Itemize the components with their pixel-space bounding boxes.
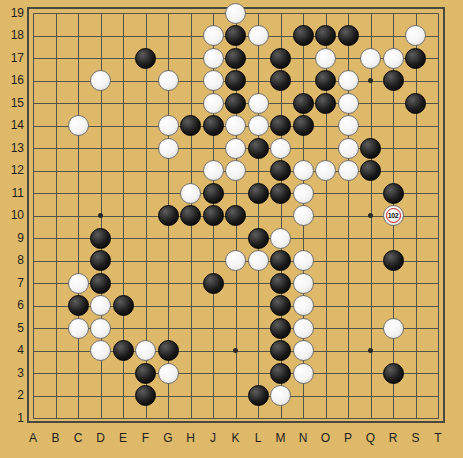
white-stone-N8[interactable] <box>293 250 314 271</box>
black-stone-R16[interactable] <box>383 70 404 91</box>
black-stone-S15[interactable] <box>405 93 426 114</box>
column-label-M: M <box>270 431 292 445</box>
white-stone-F4[interactable] <box>135 340 156 361</box>
white-stone-R5[interactable] <box>383 318 404 339</box>
row-label-14: 14 <box>0 118 24 133</box>
black-stone-F17[interactable] <box>135 48 156 69</box>
black-stone-M17[interactable] <box>270 48 291 69</box>
white-stone-K19[interactable] <box>225 3 246 24</box>
white-stone-N10[interactable] <box>293 205 314 226</box>
white-stone-J17[interactable] <box>203 48 224 69</box>
black-stone-R8[interactable] <box>383 250 404 271</box>
row-label-10: 10 <box>0 208 24 223</box>
row-label-13: 13 <box>0 141 24 156</box>
row-label-8: 8 <box>0 253 24 268</box>
row-label-2: 2 <box>0 388 24 403</box>
star-point <box>368 213 373 218</box>
column-label-T: T <box>427 431 449 445</box>
white-stone-P14[interactable] <box>338 115 359 136</box>
white-stone-J18[interactable] <box>203 25 224 46</box>
white-stone-N3[interactable] <box>293 363 314 384</box>
black-stone-G10[interactable] <box>158 205 179 226</box>
black-stone-H10[interactable] <box>180 205 201 226</box>
white-stone-P13[interactable] <box>338 138 359 159</box>
row-label-6: 6 <box>0 298 24 313</box>
star-point <box>98 213 103 218</box>
white-stone-P15[interactable] <box>338 93 359 114</box>
column-label-L: L <box>247 431 269 445</box>
white-stone-C7[interactable] <box>68 273 89 294</box>
black-stone-M14[interactable] <box>270 115 291 136</box>
black-stone-J7[interactable] <box>203 273 224 294</box>
black-stone-M4[interactable] <box>270 340 291 361</box>
black-stone-J11[interactable] <box>203 183 224 204</box>
white-stone-N7[interactable] <box>293 273 314 294</box>
black-stone-S17[interactable] <box>405 48 426 69</box>
white-stone-M2[interactable] <box>270 385 291 406</box>
column-label-J: J <box>202 431 224 445</box>
black-stone-M11[interactable] <box>270 183 291 204</box>
column-label-R: R <box>382 431 404 445</box>
column-label-E: E <box>112 431 134 445</box>
black-stone-H14[interactable] <box>180 115 201 136</box>
row-label-3: 3 <box>0 366 24 381</box>
white-stone-L15[interactable] <box>248 93 269 114</box>
white-stone-N4[interactable] <box>293 340 314 361</box>
black-stone-K16[interactable] <box>225 70 246 91</box>
black-stone-O18[interactable] <box>315 25 336 46</box>
column-label-N: N <box>292 431 314 445</box>
white-stone-P12[interactable] <box>338 160 359 181</box>
black-stone-C6[interactable] <box>68 295 89 316</box>
black-stone-R11[interactable] <box>383 183 404 204</box>
black-stone-L2[interactable] <box>248 385 269 406</box>
black-stone-D8[interactable] <box>90 250 111 271</box>
black-stone-E4[interactable] <box>113 340 134 361</box>
row-label-16: 16 <box>0 73 24 88</box>
black-stone-O15[interactable] <box>315 93 336 114</box>
last-move-number: 102 <box>388 212 398 219</box>
white-stone-C14[interactable] <box>68 115 89 136</box>
white-stone-P16[interactable] <box>338 70 359 91</box>
white-stone-O17[interactable] <box>315 48 336 69</box>
black-stone-M6[interactable] <box>270 295 291 316</box>
black-stone-E6[interactable] <box>113 295 134 316</box>
black-stone-K15[interactable] <box>225 93 246 114</box>
star-point <box>368 348 373 353</box>
row-label-18: 18 <box>0 28 24 43</box>
white-stone-S18[interactable] <box>405 25 426 46</box>
white-stone-C5[interactable] <box>68 318 89 339</box>
black-stone-G4[interactable] <box>158 340 179 361</box>
row-label-5: 5 <box>0 321 24 336</box>
row-label-15: 15 <box>0 96 24 111</box>
white-stone-L18[interactable] <box>248 25 269 46</box>
black-stone-M7[interactable] <box>270 273 291 294</box>
white-stone-D16[interactable] <box>90 70 111 91</box>
white-stone-J15[interactable] <box>203 93 224 114</box>
white-stone-D4[interactable] <box>90 340 111 361</box>
black-stone-K17[interactable] <box>225 48 246 69</box>
black-stone-D9[interactable] <box>90 228 111 249</box>
go-app-window: 102 ABCDEFGHJKLMNOPQRST19181716151413121… <box>0 0 463 458</box>
column-label-Q: Q <box>360 431 382 445</box>
white-stone-M9[interactable] <box>270 228 291 249</box>
white-stone-K13[interactable] <box>225 138 246 159</box>
star-point <box>233 348 238 353</box>
white-stone-K14[interactable] <box>225 115 246 136</box>
black-stone-F3[interactable] <box>135 363 156 384</box>
white-stone-N5[interactable] <box>293 318 314 339</box>
last-move-marker: 102 <box>386 208 401 223</box>
white-stone-L14[interactable] <box>248 115 269 136</box>
black-stone-N15[interactable] <box>293 93 314 114</box>
white-stone-K12[interactable] <box>225 160 246 181</box>
white-stone-D6[interactable] <box>90 295 111 316</box>
column-label-B: B <box>45 431 67 445</box>
column-label-C: C <box>67 431 89 445</box>
white-stone-G16[interactable] <box>158 70 179 91</box>
white-stone-G13[interactable] <box>158 138 179 159</box>
black-stone-J10[interactable] <box>203 205 224 226</box>
row-label-1: 1 <box>0 411 24 426</box>
white-stone-R10[interactable]: 102 <box>383 205 404 226</box>
white-stone-D5[interactable] <box>90 318 111 339</box>
black-stone-Q12[interactable] <box>360 160 381 181</box>
white-stone-M13[interactable] <box>270 138 291 159</box>
black-stone-N18[interactable] <box>293 25 314 46</box>
white-stone-L8[interactable] <box>248 250 269 271</box>
white-stone-J12[interactable] <box>203 160 224 181</box>
row-label-12: 12 <box>0 163 24 178</box>
white-stone-N6[interactable] <box>293 295 314 316</box>
column-label-D: D <box>90 431 112 445</box>
black-stone-K10[interactable] <box>225 205 246 226</box>
column-label-K: K <box>225 431 247 445</box>
row-label-7: 7 <box>0 276 24 291</box>
white-stone-K8[interactable] <box>225 250 246 271</box>
black-stone-K18[interactable] <box>225 25 246 46</box>
column-label-O: O <box>315 431 337 445</box>
white-stone-J16[interactable] <box>203 70 224 91</box>
black-stone-M5[interactable] <box>270 318 291 339</box>
white-stone-Q17[interactable] <box>360 48 381 69</box>
column-label-F: F <box>135 431 157 445</box>
row-label-11: 11 <box>0 186 24 201</box>
black-stone-R3[interactable] <box>383 363 404 384</box>
black-stone-M12[interactable] <box>270 160 291 181</box>
black-stone-J14[interactable] <box>203 115 224 136</box>
white-stone-G14[interactable] <box>158 115 179 136</box>
column-label-A: A <box>22 431 44 445</box>
black-stone-M8[interactable] <box>270 250 291 271</box>
black-stone-N14[interactable] <box>293 115 314 136</box>
column-label-G: G <box>157 431 179 445</box>
black-stone-F2[interactable] <box>135 385 156 406</box>
white-stone-H11[interactable] <box>180 183 201 204</box>
black-stone-L9[interactable] <box>248 228 269 249</box>
column-label-P: P <box>337 431 359 445</box>
black-stone-O16[interactable] <box>315 70 336 91</box>
black-stone-P18[interactable] <box>338 25 359 46</box>
black-stone-Q13[interactable] <box>360 138 381 159</box>
white-stone-N12[interactable] <box>293 160 314 181</box>
star-point <box>368 78 373 83</box>
go-board[interactable]: 102 <box>22 2 450 430</box>
white-stone-R17[interactable] <box>383 48 404 69</box>
black-stone-D7[interactable] <box>90 273 111 294</box>
row-label-9: 9 <box>0 231 24 246</box>
column-label-S: S <box>405 431 427 445</box>
black-stone-M16[interactable] <box>270 70 291 91</box>
row-label-4: 4 <box>0 343 24 358</box>
white-stone-O12[interactable] <box>315 160 336 181</box>
black-stone-L13[interactable] <box>248 138 269 159</box>
white-stone-G3[interactable] <box>158 363 179 384</box>
black-stone-L11[interactable] <box>248 183 269 204</box>
row-label-17: 17 <box>0 51 24 66</box>
black-stone-M3[interactable] <box>270 363 291 384</box>
row-label-19: 19 <box>0 6 24 21</box>
column-label-H: H <box>180 431 202 445</box>
white-stone-N11[interactable] <box>293 183 314 204</box>
